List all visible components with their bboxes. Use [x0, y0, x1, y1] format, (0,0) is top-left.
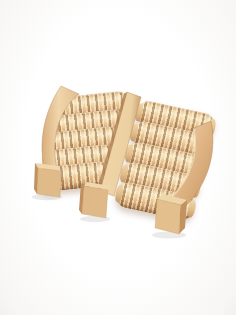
right-foot	[155, 194, 187, 234]
product-photo: Product photo of a natural-wood dual foo…	[0, 0, 236, 315]
foot-shadow-right	[152, 231, 186, 238]
right-foot-front	[155, 199, 181, 234]
middle-foot	[79, 182, 111, 218]
middle-foot-front	[82, 186, 108, 218]
left-foot	[34, 163, 61, 197]
left-rail	[42, 86, 79, 169]
left-foot-front	[37, 168, 61, 197]
wooden-frame	[0, 0, 236, 315]
